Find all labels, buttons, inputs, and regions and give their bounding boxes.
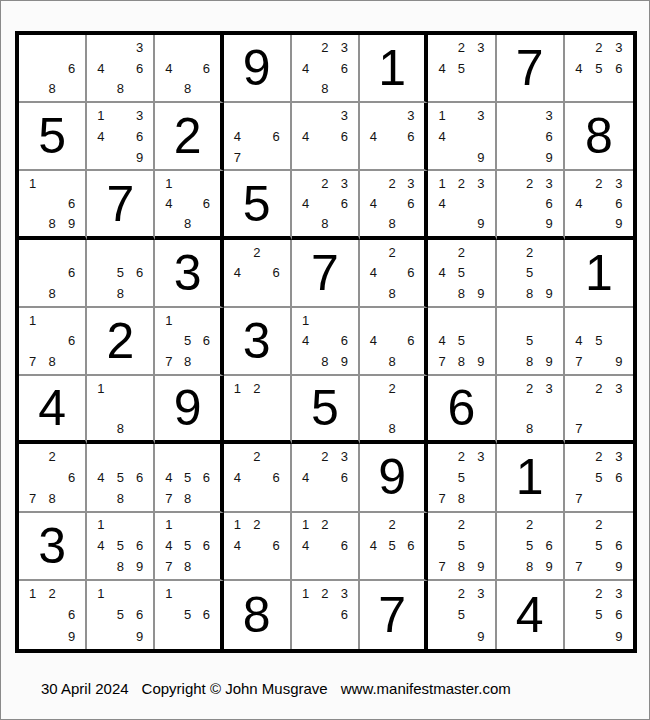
sudoku-cell-r8c8[interactable]: 25689 bbox=[497, 513, 565, 581]
pencil-mark: 3 bbox=[539, 109, 558, 122]
pencil-mark: 7 bbox=[432, 355, 451, 368]
pencil-mark: 9 bbox=[539, 287, 558, 300]
pencil-mark: 4 bbox=[159, 471, 178, 484]
pencil-mark: 9 bbox=[130, 630, 149, 643]
pencil-mark: 1 bbox=[159, 314, 178, 327]
pencil-mark: 1 bbox=[228, 518, 247, 531]
big-digit: 7 bbox=[516, 43, 544, 93]
sudoku-cell-r7c7[interactable]: 23578 bbox=[428, 444, 496, 512]
sudoku-cell-r5c6[interactable]: 468 bbox=[360, 308, 428, 376]
pencil-mark: 6 bbox=[335, 471, 354, 484]
pencil-mark: 6 bbox=[197, 334, 216, 347]
pencil-mark: 6 bbox=[130, 62, 149, 75]
sudoku-cell-r3c5[interactable]: 23468 bbox=[292, 171, 360, 239]
pencil-mark: 9 bbox=[539, 560, 558, 573]
sudoku-cell-r6c5[interactable]: 5 bbox=[292, 376, 360, 444]
pencil-mark: 5 bbox=[111, 471, 130, 484]
pencil-mark: 4 bbox=[296, 130, 315, 143]
pencil-mark: 2 bbox=[452, 246, 471, 259]
pencil-mark: 3 bbox=[130, 41, 149, 54]
pencil-mark: 5 bbox=[452, 608, 471, 621]
pencil-mark: 5 bbox=[178, 608, 197, 621]
pencil-mark: 3 bbox=[539, 177, 558, 190]
big-digit: 1 bbox=[378, 43, 406, 93]
big-digit: 9 bbox=[174, 383, 202, 433]
sudoku-cell-r1c9[interactable]: 23456 bbox=[565, 35, 633, 103]
pencil-mark: 4 bbox=[364, 334, 383, 347]
sudoku-cell-r1c2[interactable]: 3468 bbox=[87, 35, 155, 103]
pencil-mark: 6 bbox=[197, 539, 216, 552]
pencil-mark: 4 bbox=[228, 539, 247, 552]
sudoku-cell-r4c6[interactable]: 2468 bbox=[360, 240, 428, 308]
sudoku-cell-r4c8[interactable]: 2589 bbox=[497, 240, 565, 308]
pencil-mark: 1 bbox=[228, 382, 247, 395]
sudoku-cell-r2c8[interactable]: 369 bbox=[497, 103, 565, 171]
pencil-mark: 4 bbox=[432, 334, 451, 347]
pencil-mark: 8 bbox=[520, 422, 539, 435]
pencil-mark: 8 bbox=[520, 560, 539, 573]
sudoku-cell-r7c8[interactable]: 1 bbox=[497, 444, 565, 512]
sudoku-cell-r6c3[interactable]: 9 bbox=[155, 376, 223, 444]
sudoku-cell-r1c3[interactable]: 468 bbox=[155, 35, 223, 103]
pencil-mark: 1 bbox=[432, 109, 451, 122]
sudoku-cell-r7c2[interactable]: 4568 bbox=[87, 444, 155, 512]
big-digit: 4 bbox=[516, 590, 544, 640]
sudoku-cell-r4c3[interactable]: 3 bbox=[155, 240, 223, 308]
pencil-mark: 6 bbox=[609, 62, 629, 75]
footer-website-link[interactable]: www.manifestmaster.com bbox=[341, 680, 511, 697]
pencil-mark: 5 bbox=[520, 539, 539, 552]
pencil-mark: 6 bbox=[197, 62, 216, 75]
pencil-mark: 4 bbox=[91, 130, 110, 143]
pencil-mark: 3 bbox=[539, 382, 558, 395]
pencil-mark: 6 bbox=[130, 266, 149, 279]
sudoku-cell-r8c7[interactable]: 25789 bbox=[428, 513, 496, 581]
pencil-mark: 9 bbox=[609, 355, 629, 368]
sudoku-cell-r2c7[interactable]: 1349 bbox=[428, 103, 496, 171]
pencil-mark: 3 bbox=[335, 109, 354, 122]
big-digit: 4 bbox=[38, 383, 66, 433]
pencil-mark: 8 bbox=[111, 287, 130, 300]
pencil-mark: 7 bbox=[23, 355, 42, 368]
pencil-mark: 6 bbox=[609, 539, 629, 552]
pencil-mark: 9 bbox=[471, 287, 490, 300]
big-digit: 3 bbox=[174, 248, 202, 298]
pencil-mark: 6 bbox=[335, 539, 354, 552]
sudoku-cell-r2c5[interactable]: 346 bbox=[292, 103, 360, 171]
sudoku-cell-r8c9[interactable]: 25679 bbox=[565, 513, 633, 581]
sudoku-cell-r9c5[interactable]: 1236 bbox=[292, 581, 360, 649]
pencil-mark: 5 bbox=[452, 539, 471, 552]
pencil-mark: 3 bbox=[609, 177, 629, 190]
pencil-mark: 4 bbox=[569, 197, 589, 210]
pencil-mark: 5 bbox=[178, 334, 197, 347]
pencil-mark: 6 bbox=[197, 608, 216, 621]
big-digit: 2 bbox=[174, 111, 202, 161]
pencil-mark: 9 bbox=[539, 151, 558, 164]
sudoku-cell-r8c5[interactable]: 1246 bbox=[292, 513, 360, 581]
pencil-mark: 9 bbox=[62, 217, 81, 230]
sudoku-cell-r5c7[interactable]: 45789 bbox=[428, 308, 496, 376]
pencil-mark: 2 bbox=[315, 41, 334, 54]
pencil-mark: 5 bbox=[589, 539, 609, 552]
pencil-mark: 2 bbox=[315, 450, 334, 463]
big-digit: 7 bbox=[378, 590, 406, 640]
sudoku-cell-r3c6[interactable]: 23468 bbox=[360, 171, 428, 239]
pencil-mark: 1 bbox=[296, 314, 315, 327]
pencil-mark: 5 bbox=[589, 608, 609, 621]
pencil-mark: 4 bbox=[91, 539, 110, 552]
pencil-mark: 5 bbox=[452, 334, 471, 347]
pencil-mark: 7 bbox=[159, 355, 178, 368]
footer-copyright: Copyright © John Musgrave bbox=[142, 680, 328, 697]
sudoku-cell-r6c1[interactable]: 4 bbox=[19, 376, 87, 444]
pencil-mark: 2 bbox=[589, 177, 609, 190]
pencil-mark: 8 bbox=[178, 560, 197, 573]
sudoku-cell-r4c7[interactable]: 24589 bbox=[428, 240, 496, 308]
pencil-mark: 6 bbox=[335, 608, 354, 621]
pencil-mark: 1 bbox=[296, 587, 315, 600]
sudoku-cell-r9c3[interactable]: 156 bbox=[155, 581, 223, 649]
pencil-mark: 7 bbox=[228, 151, 247, 164]
pencil-mark: 5 bbox=[178, 471, 197, 484]
pencil-mark: 8 bbox=[383, 217, 402, 230]
pencil-mark: 6 bbox=[266, 266, 285, 279]
pencil-mark: 8 bbox=[111, 82, 130, 95]
pencil-mark: 2 bbox=[315, 587, 334, 600]
big-digit: 7 bbox=[311, 248, 339, 298]
pencil-mark: 2 bbox=[247, 518, 266, 531]
pencil-mark: 1 bbox=[23, 587, 42, 600]
pencil-mark: 8 bbox=[178, 82, 197, 95]
pencil-mark: 4 bbox=[296, 334, 315, 347]
pencil-mark: 2 bbox=[383, 177, 402, 190]
pencil-mark: 5 bbox=[589, 62, 609, 75]
pencil-mark: 6 bbox=[62, 62, 81, 75]
sudoku-cell-r9c9[interactable]: 23569 bbox=[565, 581, 633, 649]
pencil-mark: 1 bbox=[296, 518, 315, 531]
pencil-mark: 9 bbox=[609, 560, 629, 573]
sudoku-cell-r3c3[interactable]: 1468 bbox=[155, 171, 223, 239]
sudoku-cell-r1c1[interactable]: 68 bbox=[19, 35, 87, 103]
pencil-mark: 8 bbox=[520, 355, 539, 368]
sudoku-cell-r3c1[interactable]: 1689 bbox=[19, 171, 87, 239]
pencil-mark: 4 bbox=[364, 197, 383, 210]
sudoku-cell-r7c9[interactable]: 23567 bbox=[565, 444, 633, 512]
pencil-mark: 4 bbox=[159, 197, 178, 210]
pencil-mark: 2 bbox=[452, 587, 471, 600]
big-digit: 2 bbox=[106, 316, 134, 366]
sudoku-cell-r3c9[interactable]: 23469 bbox=[565, 171, 633, 239]
pencil-mark: 3 bbox=[335, 41, 354, 54]
pencil-mark: 8 bbox=[42, 492, 61, 505]
pencil-mark: 2 bbox=[383, 246, 402, 259]
pencil-mark: 4 bbox=[296, 197, 315, 210]
pencil-mark: 6 bbox=[335, 130, 354, 143]
pencil-mark: 7 bbox=[159, 492, 178, 505]
pencil-mark: 3 bbox=[609, 450, 629, 463]
pencil-mark: 2 bbox=[383, 518, 402, 531]
pencil-mark: 2 bbox=[247, 450, 266, 463]
pencil-mark: 6 bbox=[335, 334, 354, 347]
pencil-mark: 1 bbox=[91, 518, 110, 531]
pencil-mark: 2 bbox=[42, 587, 61, 600]
pencil-mark: 2 bbox=[383, 382, 402, 395]
pencil-mark: 2 bbox=[247, 246, 266, 259]
sudoku-cell-r9c6[interactable]: 7 bbox=[360, 581, 428, 649]
pencil-mark: 4 bbox=[228, 266, 247, 279]
pencil-mark: 9 bbox=[471, 217, 490, 230]
pencil-mark: 8 bbox=[452, 355, 471, 368]
pencil-mark: 1 bbox=[159, 587, 178, 600]
big-digit: 5 bbox=[311, 383, 339, 433]
sudoku-cell-r1c4[interactable]: 9 bbox=[224, 35, 292, 103]
puzzle-page: 6834684689234681234572345651346924673463… bbox=[0, 0, 650, 720]
sudoku-cell-r7c5[interactable]: 2346 bbox=[292, 444, 360, 512]
pencil-mark: 8 bbox=[178, 355, 197, 368]
big-digit: 8 bbox=[585, 111, 613, 161]
pencil-mark: 8 bbox=[383, 355, 402, 368]
pencil-mark: 2 bbox=[520, 177, 539, 190]
sudoku-cell-r3c2[interactable]: 7 bbox=[87, 171, 155, 239]
pencil-mark: 6 bbox=[402, 266, 421, 279]
pencil-mark: 5 bbox=[178, 539, 197, 552]
pencil-mark: 4 bbox=[364, 266, 383, 279]
sudoku-cell-r2c1[interactable]: 5 bbox=[19, 103, 87, 171]
pencil-mark: 5 bbox=[452, 471, 471, 484]
pencil-mark: 8 bbox=[452, 287, 471, 300]
sudoku-cell-r7c1[interactable]: 2678 bbox=[19, 444, 87, 512]
pencil-mark: 8 bbox=[42, 287, 61, 300]
sudoku-cell-r7c4[interactable]: 246 bbox=[224, 444, 292, 512]
big-digit: 7 bbox=[106, 179, 134, 229]
pencil-mark: 1 bbox=[91, 109, 110, 122]
pencil-mark: 4 bbox=[364, 539, 383, 552]
pencil-mark: 4 bbox=[228, 130, 247, 143]
pencil-mark: 3 bbox=[471, 177, 490, 190]
sudoku-cell-r9c7[interactable]: 2359 bbox=[428, 581, 496, 649]
pencil-mark: 8 bbox=[178, 217, 197, 230]
big-digit: 6 bbox=[448, 383, 476, 433]
big-digit: 5 bbox=[38, 111, 66, 161]
sudoku-cell-r5c4[interactable]: 3 bbox=[224, 308, 292, 376]
big-digit: 8 bbox=[243, 590, 271, 640]
pencil-mark: 9 bbox=[471, 630, 490, 643]
pencil-mark: 7 bbox=[432, 560, 451, 573]
pencil-mark: 8 bbox=[315, 355, 334, 368]
sudoku-cell-r6c9[interactable]: 237 bbox=[565, 376, 633, 444]
sudoku-cell-r7c6[interactable]: 9 bbox=[360, 444, 428, 512]
pencil-mark: 2 bbox=[452, 41, 471, 54]
pencil-mark: 8 bbox=[315, 217, 334, 230]
sudoku-cell-r3c7[interactable]: 12349 bbox=[428, 171, 496, 239]
sudoku-cell-r6c6[interactable]: 28 bbox=[360, 376, 428, 444]
pencil-mark: 8 bbox=[383, 422, 402, 435]
sudoku-cell-r2c3[interactable]: 2 bbox=[155, 103, 223, 171]
pencil-mark: 6 bbox=[609, 197, 629, 210]
pencil-mark: 1 bbox=[159, 518, 178, 531]
pencil-mark: 4 bbox=[432, 130, 451, 143]
pencil-mark: 6 bbox=[130, 471, 149, 484]
pencil-mark: 2 bbox=[589, 518, 609, 531]
pencil-mark: 8 bbox=[42, 355, 61, 368]
sudoku-cell-r6c7[interactable]: 6 bbox=[428, 376, 496, 444]
pencil-mark: 6 bbox=[197, 197, 216, 210]
pencil-mark: 1 bbox=[159, 177, 178, 190]
pencil-mark: 3 bbox=[609, 587, 629, 600]
pencil-mark: 4 bbox=[91, 62, 110, 75]
pencil-mark: 1 bbox=[91, 382, 110, 395]
pencil-mark: 5 bbox=[111, 266, 130, 279]
sudoku-cell-r3c4[interactable]: 5 bbox=[224, 171, 292, 239]
sudoku-cell-r9c4[interactable]: 8 bbox=[224, 581, 292, 649]
pencil-mark: 4 bbox=[91, 471, 110, 484]
pencil-mark: 6 bbox=[335, 62, 354, 75]
pencil-mark: 7 bbox=[432, 492, 451, 505]
pencil-mark: 6 bbox=[266, 130, 285, 143]
pencil-mark: 6 bbox=[402, 539, 421, 552]
pencil-mark: 2 bbox=[589, 382, 609, 395]
pencil-mark: 4 bbox=[228, 471, 247, 484]
pencil-mark: 7 bbox=[569, 422, 589, 435]
pencil-mark: 6 bbox=[130, 608, 149, 621]
sudoku-cell-r8c6[interactable]: 2456 bbox=[360, 513, 428, 581]
pencil-mark: 5 bbox=[452, 266, 471, 279]
pencil-mark: 4 bbox=[569, 334, 589, 347]
pencil-mark: 4 bbox=[296, 539, 315, 552]
pencil-mark: 4 bbox=[569, 62, 589, 75]
pencil-mark: 9 bbox=[471, 151, 490, 164]
sudoku-cell-r5c1[interactable]: 1678 bbox=[19, 308, 87, 376]
sudoku-cell-r2c9[interactable]: 8 bbox=[565, 103, 633, 171]
pencil-mark: 3 bbox=[471, 587, 490, 600]
sudoku-cell-r3c8[interactable]: 2369 bbox=[497, 171, 565, 239]
pencil-mark: 2 bbox=[589, 587, 609, 600]
pencil-mark: 6 bbox=[539, 539, 558, 552]
sudoku-cell-r2c4[interactable]: 467 bbox=[224, 103, 292, 171]
pencil-mark: 9 bbox=[130, 151, 149, 164]
pencil-mark: 3 bbox=[402, 177, 421, 190]
pencil-mark: 8 bbox=[315, 82, 334, 95]
pencil-mark: 6 bbox=[62, 197, 81, 210]
sudoku-cell-r1c7[interactable]: 2345 bbox=[428, 35, 496, 103]
pencil-mark: 7 bbox=[159, 560, 178, 573]
pencil-mark: 6 bbox=[62, 334, 81, 347]
big-digit: 9 bbox=[243, 43, 271, 93]
pencil-mark: 9 bbox=[539, 355, 558, 368]
sudoku-cell-r9c1[interactable]: 1269 bbox=[19, 581, 87, 649]
pencil-mark: 5 bbox=[383, 539, 402, 552]
pencil-mark: 7 bbox=[569, 492, 589, 505]
sudoku-cell-r1c6[interactable]: 1 bbox=[360, 35, 428, 103]
pencil-mark: 3 bbox=[335, 587, 354, 600]
sudoku-cell-r9c8[interactable]: 4 bbox=[497, 581, 565, 649]
sudoku-cell-r6c4[interactable]: 12 bbox=[224, 376, 292, 444]
sudoku-cell-r4c1[interactable]: 68 bbox=[19, 240, 87, 308]
sudoku-cell-r7c3[interactable]: 45678 bbox=[155, 444, 223, 512]
sudoku-cell-r1c8[interactable]: 7 bbox=[497, 35, 565, 103]
sudoku-cell-r5c5[interactable]: 14689 bbox=[292, 308, 360, 376]
pencil-mark: 3 bbox=[335, 450, 354, 463]
pencil-mark: 5 bbox=[589, 471, 609, 484]
sudoku-cell-r8c3[interactable]: 145678 bbox=[155, 513, 223, 581]
pencil-mark: 2 bbox=[520, 246, 539, 259]
sudoku-cell-r4c9[interactable]: 1 bbox=[565, 240, 633, 308]
sudoku-cell-r9c2[interactable]: 1569 bbox=[87, 581, 155, 649]
sudoku-cell-r8c4[interactable]: 1246 bbox=[224, 513, 292, 581]
pencil-mark: 5 bbox=[520, 266, 539, 279]
pencil-mark: 5 bbox=[111, 539, 130, 552]
pencil-mark: 8 bbox=[520, 287, 539, 300]
pencil-mark: 8 bbox=[42, 217, 61, 230]
pencil-mark: 3 bbox=[471, 41, 490, 54]
pencil-mark: 2 bbox=[520, 382, 539, 395]
pencil-mark: 5 bbox=[520, 334, 539, 347]
sudoku-cell-r4c2[interactable]: 568 bbox=[87, 240, 155, 308]
big-digit: 5 bbox=[243, 179, 271, 229]
pencil-mark: 3 bbox=[609, 382, 629, 395]
sudoku-cell-r5c9[interactable]: 4579 bbox=[565, 308, 633, 376]
sudoku-cell-r6c8[interactable]: 238 bbox=[497, 376, 565, 444]
pencil-mark: 9 bbox=[471, 355, 490, 368]
pencil-mark: 7 bbox=[569, 355, 589, 368]
pencil-mark: 2 bbox=[247, 382, 266, 395]
sudoku-cell-r4c5[interactable]: 7 bbox=[292, 240, 360, 308]
sudoku-cell-r2c2[interactable]: 13469 bbox=[87, 103, 155, 171]
pencil-mark: 6 bbox=[266, 471, 285, 484]
sudoku-cell-r5c8[interactable]: 589 bbox=[497, 308, 565, 376]
footer: 30 April 2024 Copyright © John Musgrave … bbox=[41, 680, 511, 697]
pencil-mark: 4 bbox=[296, 62, 315, 75]
pencil-mark: 2 bbox=[452, 177, 471, 190]
pencil-mark: 4 bbox=[432, 62, 451, 75]
pencil-mark: 6 bbox=[539, 197, 558, 210]
pencil-mark: 6 bbox=[62, 608, 81, 621]
pencil-mark: 7 bbox=[569, 560, 589, 573]
pencil-mark: 6 bbox=[130, 130, 149, 143]
pencil-mark: 8 bbox=[383, 287, 402, 300]
sudoku-cell-r4c4[interactable]: 246 bbox=[224, 240, 292, 308]
pencil-mark: 2 bbox=[520, 518, 539, 531]
pencil-mark: 1 bbox=[91, 587, 110, 600]
pencil-mark: 1 bbox=[23, 314, 42, 327]
pencil-mark: 9 bbox=[130, 560, 149, 573]
sudoku-cell-r2c6[interactable]: 346 bbox=[360, 103, 428, 171]
sudoku-cell-r1c5[interactable]: 23468 bbox=[292, 35, 360, 103]
footer-date: 30 April 2024 bbox=[41, 680, 129, 697]
pencil-mark: 6 bbox=[266, 539, 285, 552]
sudoku-cell-r8c2[interactable]: 145689 bbox=[87, 513, 155, 581]
big-digit: 9 bbox=[378, 452, 406, 502]
pencil-mark: 8 bbox=[111, 492, 130, 505]
pencil-mark: 3 bbox=[402, 109, 421, 122]
pencil-mark: 4 bbox=[432, 197, 451, 210]
sudoku-cell-r5c2[interactable]: 2 bbox=[87, 308, 155, 376]
pencil-mark: 9 bbox=[335, 355, 354, 368]
pencil-mark: 3 bbox=[130, 109, 149, 122]
pencil-mark: 2 bbox=[452, 450, 471, 463]
big-digit: 3 bbox=[38, 521, 66, 571]
pencil-mark: 6 bbox=[335, 197, 354, 210]
pencil-mark: 2 bbox=[315, 518, 334, 531]
sudoku-cell-r6c2[interactable]: 18 bbox=[87, 376, 155, 444]
pencil-mark: 4 bbox=[159, 62, 178, 75]
sudoku-cell-r8c1[interactable]: 3 bbox=[19, 513, 87, 581]
sudoku-cell-r5c3[interactable]: 15678 bbox=[155, 308, 223, 376]
pencil-mark: 6 bbox=[62, 471, 81, 484]
pencil-mark: 9 bbox=[539, 217, 558, 230]
pencil-mark: 6 bbox=[609, 608, 629, 621]
